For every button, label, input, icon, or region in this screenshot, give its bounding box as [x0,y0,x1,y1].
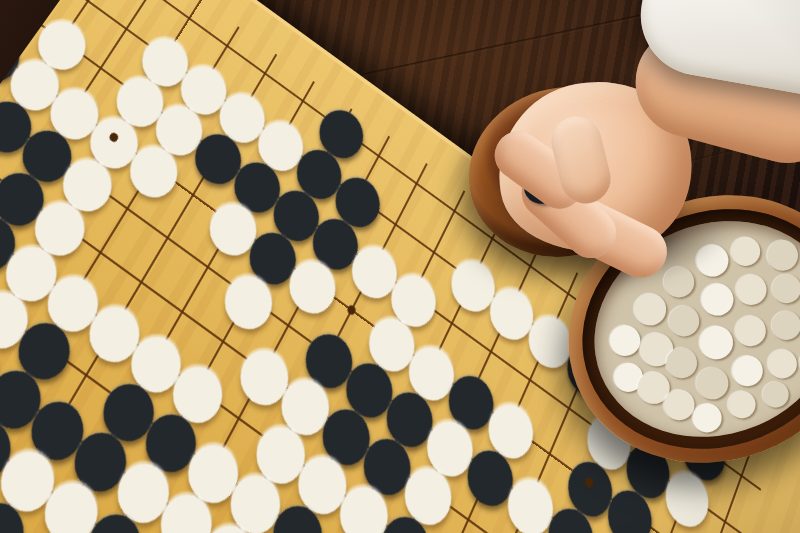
go-scene: ●●●●●●●●●●●●●●●●●●●●●●●●●●●●●●●●●●●●●●●●… [0,0,800,533]
